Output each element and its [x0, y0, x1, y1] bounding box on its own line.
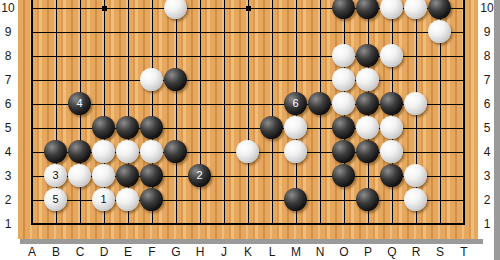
column-label: H	[191, 244, 209, 260]
board-shadow-bottom	[20, 239, 483, 244]
column-label: N	[311, 244, 329, 260]
column-label: R	[407, 244, 425, 260]
column-label: S	[431, 244, 449, 260]
column-label: T	[455, 244, 473, 260]
column-label: E	[119, 244, 137, 260]
go-diagram: 462351 10987654321 10987654321 ABCDEFGHJ…	[0, 0, 500, 260]
column-label: P	[359, 244, 377, 260]
column-label: B	[47, 244, 65, 260]
column-label: J	[215, 244, 233, 260]
column-label: F	[143, 244, 161, 260]
column-label: K	[239, 244, 257, 260]
column-labels-bottom: ABCDEFGHJKLMNOPQRST	[0, 0, 500, 260]
column-label: G	[167, 244, 185, 260]
column-label: D	[95, 244, 113, 260]
column-label: A	[23, 244, 41, 260]
column-label: Q	[383, 244, 401, 260]
board-shadow-right	[494, 0, 500, 260]
column-label: M	[287, 244, 305, 260]
column-label: C	[71, 244, 89, 260]
column-label: L	[263, 244, 281, 260]
column-label: O	[335, 244, 353, 260]
